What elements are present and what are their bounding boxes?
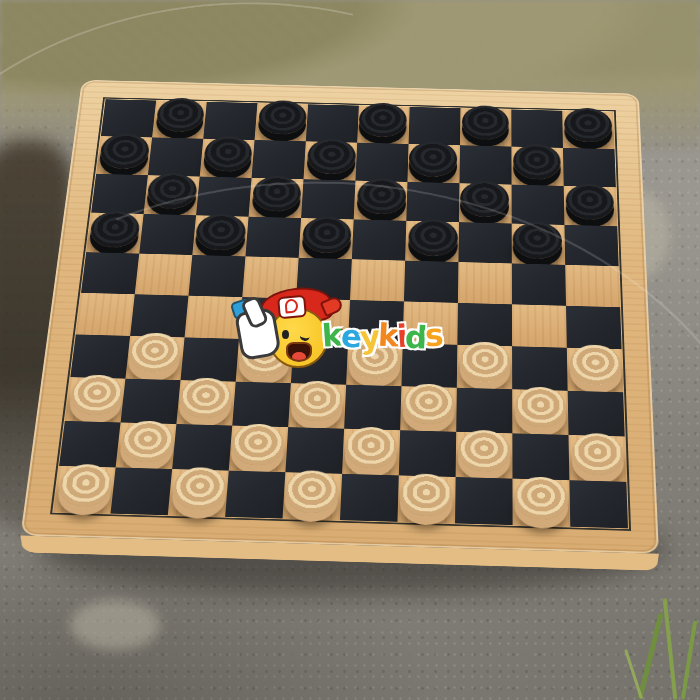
square-r3c9[interactable] (512, 185, 565, 225)
square-r9c5[interactable] (285, 427, 344, 474)
wood-piece[interactable] (57, 464, 114, 508)
black-piece[interactable] (565, 183, 614, 220)
square-r8c6[interactable] (344, 385, 401, 431)
square-r7c10[interactable] (567, 348, 623, 393)
square-r1c3[interactable] (203, 102, 257, 140)
square-r2c2[interactable] (148, 137, 203, 176)
mascot-mouth (286, 342, 312, 362)
square-r4c4[interactable] (245, 217, 301, 258)
square-r9c4[interactable] (229, 426, 288, 473)
wood-piece[interactable] (120, 420, 176, 463)
square-r9c6[interactable] (342, 429, 400, 476)
square-r3c5[interactable] (301, 179, 355, 219)
square-r7c2[interactable] (125, 336, 184, 380)
square-r10c9[interactable] (512, 479, 570, 527)
wood-piece[interactable] (178, 377, 232, 419)
wood-piece[interactable] (458, 429, 510, 472)
square-r9c9[interactable] (512, 433, 569, 480)
square-r8c4[interactable] (232, 382, 291, 427)
square-r2c1[interactable] (96, 136, 152, 175)
wood-piece[interactable] (515, 386, 567, 428)
square-r4c9[interactable] (512, 224, 566, 265)
square-r2c6[interactable] (355, 143, 408, 182)
wood-piece[interactable] (515, 476, 568, 520)
wood-piece[interactable] (570, 344, 622, 385)
square-r2c4[interactable] (252, 140, 306, 179)
wood-piece[interactable] (571, 432, 624, 475)
black-piece[interactable] (146, 173, 198, 210)
square-r3c2[interactable] (144, 175, 200, 215)
square-r4c1[interactable] (86, 213, 143, 254)
square-r3c6[interactable] (354, 181, 408, 221)
brand-text: keykids (322, 318, 442, 354)
square-r10c3[interactable] (168, 469, 229, 517)
square-r6c10[interactable] (566, 306, 622, 349)
black-piece[interactable] (513, 221, 562, 259)
mascot-eye (282, 330, 289, 339)
square-r2c5[interactable] (303, 141, 357, 180)
square-r1c9[interactable] (511, 109, 563, 147)
square-r9c2[interactable] (116, 422, 177, 469)
square-r3c3[interactable] (196, 177, 252, 217)
square-r3c4[interactable] (249, 178, 304, 218)
square-r10c8[interactable] (455, 477, 513, 525)
square-r3c10[interactable] (564, 186, 618, 226)
black-piece[interactable] (155, 97, 205, 132)
square-r5c1[interactable] (81, 252, 139, 294)
logo-letter-d5: d (404, 318, 426, 355)
square-r4c5[interactable] (299, 218, 354, 259)
logo-letter-s6: s (424, 316, 443, 353)
square-r5c2[interactable] (135, 254, 193, 296)
square-r9c3[interactable] (172, 424, 232, 471)
logo-letter-k3: k (377, 317, 397, 354)
square-r10c2[interactable] (111, 467, 173, 515)
square-r1c4[interactable] (255, 103, 309, 141)
black-piece[interactable] (408, 219, 457, 257)
square-r2c7[interactable] (407, 144, 460, 183)
square-r4c10[interactable] (564, 225, 618, 266)
wood-piece[interactable] (284, 470, 339, 514)
square-r9c1[interactable] (59, 421, 120, 468)
square-r6c1[interactable] (76, 293, 135, 336)
square-r9c8[interactable] (456, 432, 513, 479)
black-piece[interactable] (88, 210, 141, 248)
square-r3c8[interactable] (459, 183, 512, 223)
square-r1c10[interactable] (562, 111, 614, 149)
black-piece[interactable] (460, 181, 508, 218)
square-r1c2[interactable] (152, 100, 207, 138)
square-r8c5[interactable] (288, 383, 346, 429)
square-r4c3[interactable] (192, 215, 248, 256)
black-piece[interactable] (252, 175, 302, 212)
black-piece[interactable] (462, 105, 509, 140)
wood-piece[interactable] (344, 426, 397, 469)
square-r1c6[interactable] (357, 106, 409, 144)
square-r8c8[interactable] (456, 388, 512, 434)
keykids-logo: keykids (238, 296, 468, 380)
square-r7c1[interactable] (70, 334, 130, 378)
square-r1c7[interactable] (409, 107, 461, 145)
square-r10c7[interactable] (397, 475, 455, 523)
square-r10c10[interactable] (569, 480, 628, 528)
square-r9c7[interactable] (399, 430, 456, 477)
square-r8c7[interactable] (400, 386, 457, 432)
square-r9c10[interactable] (569, 435, 627, 482)
black-piece[interactable] (302, 216, 353, 254)
square-r10c6[interactable] (340, 474, 399, 522)
black-piece[interactable] (99, 133, 150, 169)
black-piece[interactable] (357, 178, 406, 215)
square-r5c9[interactable] (512, 263, 566, 305)
square-r4c2[interactable] (139, 214, 196, 255)
square-r3c1[interactable] (91, 174, 148, 214)
wood-piece[interactable] (403, 383, 455, 425)
square-r1c8[interactable] (460, 108, 511, 146)
logo-letter-k0: k (321, 316, 342, 353)
wood-piece[interactable] (69, 374, 125, 416)
black-piece[interactable] (513, 144, 561, 180)
square-r2c10[interactable] (563, 148, 616, 187)
black-piece[interactable] (307, 138, 356, 174)
mascot-tongue (292, 352, 306, 362)
square-r8c1[interactable] (65, 377, 126, 422)
square-r5c3[interactable] (188, 255, 245, 297)
square-r2c9[interactable] (511, 147, 563, 186)
thumbs-up-glove-icon (234, 307, 282, 361)
square-r2c3[interactable] (200, 139, 255, 178)
black-piece[interactable] (195, 213, 247, 251)
black-piece[interactable] (409, 141, 457, 177)
square-r10c4[interactable] (225, 471, 285, 519)
square-r1c5[interactable] (306, 104, 359, 142)
logo-letter-y2: y (358, 318, 379, 355)
square-r8c2[interactable] (121, 379, 181, 424)
square-r7c3[interactable] (181, 337, 239, 381)
square-r8c10[interactable] (568, 391, 625, 437)
black-piece[interactable] (564, 107, 612, 142)
wood-piece[interactable] (172, 467, 228, 511)
square-r6c2[interactable] (130, 294, 188, 337)
square-r4c8[interactable] (458, 222, 511, 263)
square-r2c8[interactable] (459, 145, 511, 184)
square-r1c1[interactable] (101, 99, 156, 137)
black-piece[interactable] (258, 100, 307, 135)
square-r8c3[interactable] (176, 380, 235, 425)
square-r10c5[interactable] (283, 472, 343, 520)
wood-piece[interactable] (127, 333, 181, 374)
wood-piece[interactable] (230, 423, 285, 466)
black-piece[interactable] (203, 136, 253, 172)
square-r6c9[interactable] (512, 304, 567, 347)
wood-piece[interactable] (399, 473, 452, 517)
square-r8c9[interactable] (512, 389, 568, 435)
square-r10c1[interactable] (53, 466, 115, 514)
black-piece[interactable] (358, 102, 406, 137)
square-r4c6[interactable] (352, 219, 406, 260)
square-r4c7[interactable] (405, 221, 459, 262)
wood-piece[interactable] (290, 380, 343, 422)
logo-letter-e1: e (340, 318, 361, 355)
square-r7c9[interactable] (512, 346, 568, 391)
lichen-patch (70, 600, 160, 650)
square-r3c7[interactable] (406, 182, 459, 222)
square-r5c10[interactable] (565, 265, 620, 307)
